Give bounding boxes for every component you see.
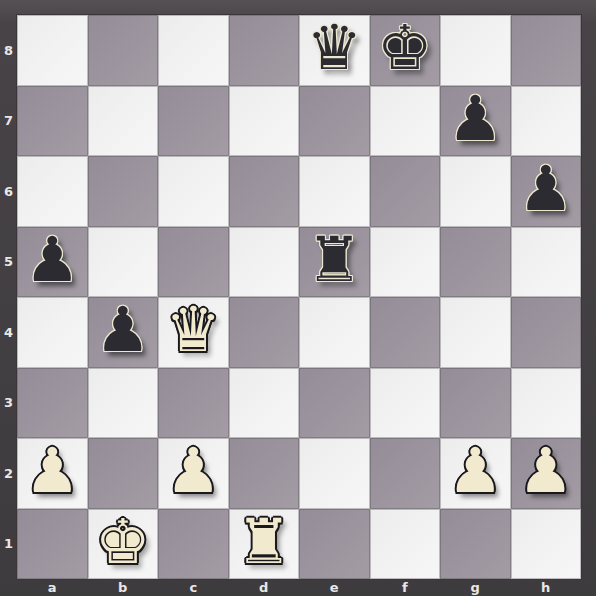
square-e5[interactable]: ♜ [299, 227, 370, 298]
square-a4[interactable] [17, 297, 88, 368]
square-h4[interactable] [511, 297, 582, 368]
square-f3[interactable] [370, 368, 441, 439]
square-b2[interactable] [88, 438, 159, 509]
file-label-f: f [370, 579, 441, 596]
square-a1[interactable] [17, 509, 88, 580]
square-e8[interactable]: ♛ [299, 15, 370, 86]
file-label-c: c [158, 579, 229, 596]
square-h1[interactable] [511, 509, 582, 580]
rank-label-8: 8 [0, 15, 17, 86]
square-b7[interactable] [88, 86, 159, 157]
square-d3[interactable] [229, 368, 300, 439]
rank-label-7: 7 [0, 86, 17, 157]
square-d8[interactable] [229, 15, 300, 86]
black-pawn: ♟ [24, 229, 80, 291]
square-b8[interactable] [88, 15, 159, 86]
square-h8[interactable] [511, 15, 582, 86]
square-a2[interactable]: ♟ [17, 438, 88, 509]
square-f8[interactable]: ♚ [370, 15, 441, 86]
square-a6[interactable] [17, 156, 88, 227]
square-f4[interactable] [370, 297, 441, 368]
square-g1[interactable] [440, 509, 511, 580]
square-h6[interactable]: ♟ [511, 156, 582, 227]
rank-label-5: 5 [0, 227, 17, 298]
square-g6[interactable] [440, 156, 511, 227]
square-e4[interactable] [299, 297, 370, 368]
file-label-a: a [17, 579, 88, 596]
square-h7[interactable] [511, 86, 582, 157]
square-e7[interactable] [299, 86, 370, 157]
square-b3[interactable] [88, 368, 159, 439]
black-pawn: ♟ [95, 299, 151, 361]
square-c2[interactable]: ♟ [158, 438, 229, 509]
square-c1[interactable] [158, 509, 229, 580]
square-h3[interactable] [511, 368, 582, 439]
square-c7[interactable] [158, 86, 229, 157]
black-pawn: ♟ [518, 158, 574, 220]
chess-board: ♛♚♟♟♟♜♟♛♟♟♟♟♚♜ [17, 15, 581, 579]
square-f6[interactable] [370, 156, 441, 227]
square-g4[interactable] [440, 297, 511, 368]
square-g5[interactable] [440, 227, 511, 298]
square-e3[interactable] [299, 368, 370, 439]
square-f1[interactable] [370, 509, 441, 580]
square-a7[interactable] [17, 86, 88, 157]
square-h2[interactable]: ♟ [511, 438, 582, 509]
white-queen: ♛ [165, 299, 221, 361]
square-c6[interactable] [158, 156, 229, 227]
rank-label-4: 4 [0, 297, 17, 368]
square-d1[interactable]: ♜ [229, 509, 300, 580]
square-c4[interactable]: ♛ [158, 297, 229, 368]
file-label-h: h [511, 579, 582, 596]
white-pawn: ♟ [447, 440, 503, 502]
square-d4[interactable] [229, 297, 300, 368]
square-a3[interactable] [17, 368, 88, 439]
square-g8[interactable] [440, 15, 511, 86]
square-b4[interactable]: ♟ [88, 297, 159, 368]
rank-label-6: 6 [0, 156, 17, 227]
black-king: ♚ [377, 17, 433, 79]
square-e2[interactable] [299, 438, 370, 509]
black-rook: ♜ [306, 229, 362, 291]
square-a5[interactable]: ♟ [17, 227, 88, 298]
rank-label-2: 2 [0, 438, 17, 509]
square-e6[interactable] [299, 156, 370, 227]
square-g3[interactable] [440, 368, 511, 439]
file-label-g: g [440, 579, 511, 596]
rank-labels: 87654321 [0, 15, 17, 579]
white-rook: ♜ [236, 511, 292, 573]
square-d6[interactable] [229, 156, 300, 227]
square-c5[interactable] [158, 227, 229, 298]
file-labels: abcdefgh [17, 579, 581, 596]
rank-label-1: 1 [0, 509, 17, 580]
square-e1[interactable] [299, 509, 370, 580]
square-c8[interactable] [158, 15, 229, 86]
square-h5[interactable] [511, 227, 582, 298]
square-g2[interactable]: ♟ [440, 438, 511, 509]
black-queen: ♛ [306, 17, 362, 79]
file-label-d: d [229, 579, 300, 596]
square-d5[interactable] [229, 227, 300, 298]
white-pawn: ♟ [518, 440, 574, 502]
square-f7[interactable] [370, 86, 441, 157]
square-b1[interactable]: ♚ [88, 509, 159, 580]
square-d2[interactable] [229, 438, 300, 509]
file-label-e: e [299, 579, 370, 596]
file-label-b: b [88, 579, 159, 596]
square-f5[interactable] [370, 227, 441, 298]
square-c3[interactable] [158, 368, 229, 439]
square-d7[interactable] [229, 86, 300, 157]
square-a8[interactable] [17, 15, 88, 86]
rank-label-3: 3 [0, 368, 17, 439]
white-king: ♚ [95, 511, 151, 573]
white-pawn: ♟ [24, 440, 80, 502]
square-f2[interactable] [370, 438, 441, 509]
black-pawn: ♟ [447, 88, 503, 150]
square-b5[interactable] [88, 227, 159, 298]
square-g7[interactable]: ♟ [440, 86, 511, 157]
white-pawn: ♟ [165, 440, 221, 502]
square-b6[interactable] [88, 156, 159, 227]
